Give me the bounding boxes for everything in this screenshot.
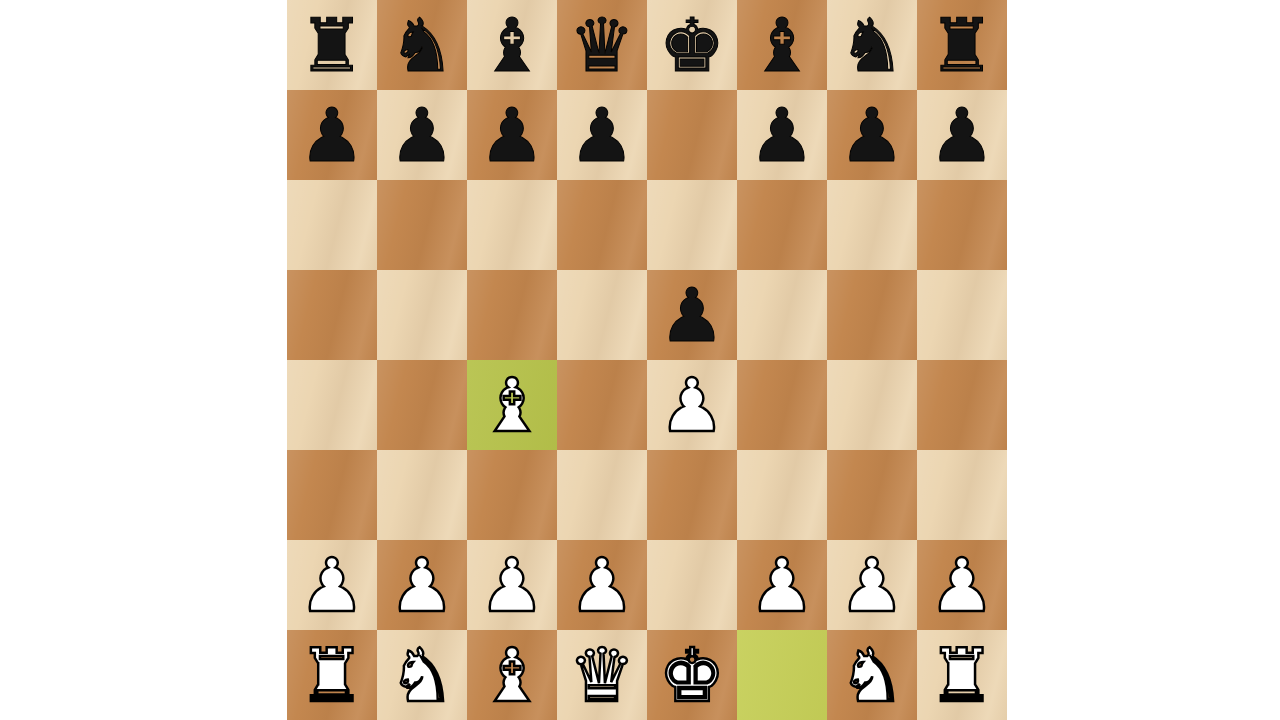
square-h2[interactable]: ♟ (917, 540, 1007, 630)
white-bishop[interactable]: ♝ (467, 360, 557, 450)
black-pawn[interactable]: ♟ (737, 90, 827, 180)
white-pawn[interactable]: ♟ (827, 540, 917, 630)
square-d1[interactable]: ♛ (557, 630, 647, 720)
square-b7[interactable]: ♟ (377, 90, 467, 180)
square-c8[interactable]: ♝ (467, 0, 557, 90)
square-h5[interactable] (917, 270, 1007, 360)
square-h8[interactable]: ♜ (917, 0, 1007, 90)
square-g1[interactable]: ♞ (827, 630, 917, 720)
square-d7[interactable]: ♟ (557, 90, 647, 180)
square-d8[interactable]: ♛ (557, 0, 647, 90)
chess-board: ♜♞♝♛♚♝♞♜♟♟♟♟♟♟♟♟♝♟♟♟♟♟♟♟♟♜♞♝♛♚♞♜ (287, 0, 1007, 720)
square-c6[interactable] (467, 180, 557, 270)
square-b4[interactable] (377, 360, 467, 450)
square-a6[interactable] (287, 180, 377, 270)
black-pawn[interactable]: ♟ (467, 90, 557, 180)
square-e8[interactable]: ♚ (647, 0, 737, 90)
square-g5[interactable] (827, 270, 917, 360)
black-pawn[interactable]: ♟ (917, 90, 1007, 180)
square-h7[interactable]: ♟ (917, 90, 1007, 180)
square-f2[interactable]: ♟ (737, 540, 827, 630)
square-c2[interactable]: ♟ (467, 540, 557, 630)
white-king[interactable]: ♚ (647, 630, 737, 720)
square-a3[interactable] (287, 450, 377, 540)
square-c4[interactable]: ♝ (467, 360, 557, 450)
square-h3[interactable] (917, 450, 1007, 540)
square-e5[interactable]: ♟ (647, 270, 737, 360)
square-a2[interactable]: ♟ (287, 540, 377, 630)
white-pawn[interactable]: ♟ (557, 540, 647, 630)
square-h6[interactable] (917, 180, 1007, 270)
square-b5[interactable] (377, 270, 467, 360)
square-a8[interactable]: ♜ (287, 0, 377, 90)
square-c7[interactable]: ♟ (467, 90, 557, 180)
black-rook[interactable]: ♜ (917, 0, 1007, 90)
square-f1[interactable] (737, 630, 827, 720)
square-a1[interactable]: ♜ (287, 630, 377, 720)
square-f7[interactable]: ♟ (737, 90, 827, 180)
black-bishop[interactable]: ♝ (737, 0, 827, 90)
square-a5[interactable] (287, 270, 377, 360)
square-c3[interactable] (467, 450, 557, 540)
square-g3[interactable] (827, 450, 917, 540)
square-a4[interactable] (287, 360, 377, 450)
square-f6[interactable] (737, 180, 827, 270)
square-b1[interactable]: ♞ (377, 630, 467, 720)
black-bishop[interactable]: ♝ (467, 0, 557, 90)
square-g6[interactable] (827, 180, 917, 270)
square-g4[interactable] (827, 360, 917, 450)
square-b3[interactable] (377, 450, 467, 540)
black-rook[interactable]: ♜ (287, 0, 377, 90)
white-pawn[interactable]: ♟ (287, 540, 377, 630)
square-h4[interactable] (917, 360, 1007, 450)
square-g2[interactable]: ♟ (827, 540, 917, 630)
square-e1[interactable]: ♚ (647, 630, 737, 720)
square-f8[interactable]: ♝ (737, 0, 827, 90)
black-pawn[interactable]: ♟ (287, 90, 377, 180)
square-e4[interactable]: ♟ (647, 360, 737, 450)
black-pawn[interactable]: ♟ (557, 90, 647, 180)
square-f3[interactable] (737, 450, 827, 540)
square-d4[interactable] (557, 360, 647, 450)
square-c1[interactable]: ♝ (467, 630, 557, 720)
black-knight[interactable]: ♞ (377, 0, 467, 90)
square-c5[interactable] (467, 270, 557, 360)
square-e3[interactable] (647, 450, 737, 540)
square-b2[interactable]: ♟ (377, 540, 467, 630)
square-e7[interactable] (647, 90, 737, 180)
square-e2[interactable] (647, 540, 737, 630)
square-d2[interactable]: ♟ (557, 540, 647, 630)
white-pawn[interactable]: ♟ (647, 360, 737, 450)
square-d3[interactable] (557, 450, 647, 540)
white-rook[interactable]: ♜ (917, 630, 1007, 720)
white-knight[interactable]: ♞ (377, 630, 467, 720)
white-pawn[interactable]: ♟ (737, 540, 827, 630)
white-bishop[interactable]: ♝ (467, 630, 557, 720)
black-king[interactable]: ♚ (647, 0, 737, 90)
white-rook[interactable]: ♜ (287, 630, 377, 720)
white-pawn[interactable]: ♟ (377, 540, 467, 630)
black-pawn[interactable]: ♟ (647, 270, 737, 360)
white-queen[interactable]: ♛ (557, 630, 647, 720)
square-b6[interactable] (377, 180, 467, 270)
square-f5[interactable] (737, 270, 827, 360)
square-g8[interactable]: ♞ (827, 0, 917, 90)
square-d5[interactable] (557, 270, 647, 360)
black-pawn[interactable]: ♟ (827, 90, 917, 180)
square-b8[interactable]: ♞ (377, 0, 467, 90)
black-queen[interactable]: ♛ (557, 0, 647, 90)
square-h1[interactable]: ♜ (917, 630, 1007, 720)
black-pawn[interactable]: ♟ (377, 90, 467, 180)
square-f4[interactable] (737, 360, 827, 450)
square-g7[interactable]: ♟ (827, 90, 917, 180)
black-knight[interactable]: ♞ (827, 0, 917, 90)
page: ♜♞♝♛♚♝♞♜♟♟♟♟♟♟♟♟♝♟♟♟♟♟♟♟♟♜♞♝♛♚♞♜ (0, 0, 1280, 720)
white-pawn[interactable]: ♟ (917, 540, 1007, 630)
white-knight[interactable]: ♞ (827, 630, 917, 720)
square-d6[interactable] (557, 180, 647, 270)
square-e6[interactable] (647, 180, 737, 270)
square-a7[interactable]: ♟ (287, 90, 377, 180)
white-pawn[interactable]: ♟ (467, 540, 557, 630)
